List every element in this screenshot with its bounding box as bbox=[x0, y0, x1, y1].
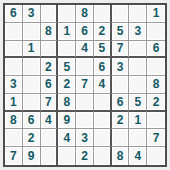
sudoku-cell-r3c8[interactable] bbox=[129, 41, 147, 59]
sudoku-cell-r1c8[interactable] bbox=[129, 5, 147, 23]
sudoku-cell-r7c7[interactable]: 2 bbox=[112, 112, 130, 130]
sudoku-cell-r7c6[interactable] bbox=[94, 112, 112, 130]
sudoku-cell-r8c6[interactable] bbox=[94, 129, 112, 147]
sudoku-cell-r8c2[interactable]: 2 bbox=[23, 129, 41, 147]
sudoku-cell-r1c5[interactable]: 8 bbox=[76, 5, 94, 23]
sudoku-cell-r3c4[interactable] bbox=[58, 41, 76, 59]
sudoku-cell-r5c1[interactable]: 3 bbox=[5, 76, 23, 94]
sudoku-cell-r4c5[interactable] bbox=[76, 58, 94, 76]
sudoku-cell-r7c5[interactable] bbox=[76, 112, 94, 130]
sudoku-cell-r2c2[interactable] bbox=[23, 23, 41, 41]
sudoku-cell-r4c2[interactable] bbox=[23, 58, 41, 76]
sudoku-cell-r1c7[interactable] bbox=[112, 5, 130, 23]
sudoku-cell-r3c6[interactable]: 5 bbox=[94, 41, 112, 59]
sudoku-cell-r2c4[interactable]: 1 bbox=[58, 23, 76, 41]
sudoku-cell-r3c1[interactable] bbox=[5, 41, 23, 59]
sudoku-cell-r7c8[interactable]: 1 bbox=[129, 112, 147, 130]
sudoku-cell-r2c3[interactable]: 8 bbox=[41, 23, 59, 41]
sudoku-cell-r2c7[interactable]: 5 bbox=[112, 23, 130, 41]
sudoku-cell-r5c9[interactable]: 8 bbox=[147, 76, 165, 94]
sudoku-cell-r2c1[interactable] bbox=[5, 23, 23, 41]
sudoku-cell-r2c8[interactable]: 3 bbox=[129, 23, 147, 41]
sudoku-cell-r3c7[interactable]: 7 bbox=[112, 41, 130, 59]
sudoku-cell-r7c2[interactable]: 6 bbox=[23, 112, 41, 130]
sudoku-cell-r2c5[interactable]: 6 bbox=[76, 23, 94, 41]
sudoku-cell-r6c6[interactable] bbox=[94, 94, 112, 112]
sudoku-cell-r6c8[interactable]: 5 bbox=[129, 94, 147, 112]
sudoku-cell-r1c4[interactable] bbox=[58, 5, 76, 23]
sudoku-cell-r3c3[interactable] bbox=[41, 41, 59, 59]
sudoku-cell-r5c2[interactable] bbox=[23, 76, 41, 94]
sudoku-cell-r9c7[interactable]: 8 bbox=[112, 147, 130, 165]
sudoku-cell-r9c8[interactable]: 4 bbox=[129, 147, 147, 165]
sudoku-cell-r6c2[interactable] bbox=[23, 94, 41, 112]
sudoku-cell-r3c2[interactable]: 1 bbox=[23, 41, 41, 59]
sudoku-cell-r6c9[interactable]: 2 bbox=[147, 94, 165, 112]
sudoku-cell-r4c8[interactable] bbox=[129, 58, 147, 76]
sudoku-cell-r9c9[interactable] bbox=[147, 147, 165, 165]
sudoku-cell-r5c7[interactable] bbox=[112, 76, 130, 94]
sudoku-cell-r7c3[interactable]: 4 bbox=[41, 112, 59, 130]
sudoku-cell-r5c4[interactable]: 2 bbox=[58, 76, 76, 94]
sudoku-cell-r8c1[interactable] bbox=[5, 129, 23, 147]
sudoku-cell-r8c9[interactable]: 7 bbox=[147, 129, 165, 147]
sudoku-cell-r8c3[interactable] bbox=[41, 129, 59, 147]
sudoku-board: 6381816253145762563362748178652864921243… bbox=[3, 3, 167, 167]
sudoku-cell-r1c6[interactable] bbox=[94, 5, 112, 23]
sudoku-cell-r2c6[interactable]: 2 bbox=[94, 23, 112, 41]
sudoku-cell-r5c8[interactable] bbox=[129, 76, 147, 94]
sudoku-cell-r7c9[interactable] bbox=[147, 112, 165, 130]
sudoku-cell-r9c6[interactable] bbox=[94, 147, 112, 165]
sudoku-cell-r2c9[interactable] bbox=[147, 23, 165, 41]
sudoku-cell-r4c1[interactable] bbox=[5, 58, 23, 76]
sudoku-cell-r7c1[interactable]: 8 bbox=[5, 112, 23, 130]
sudoku-cell-r8c7[interactable] bbox=[112, 129, 130, 147]
sudoku-cell-r8c5[interactable]: 3 bbox=[76, 129, 94, 147]
sudoku-board-wrapper: 6381816253145762563362748178652864921243… bbox=[2, 2, 168, 168]
sudoku-cell-r7c4[interactable]: 9 bbox=[58, 112, 76, 130]
sudoku-cell-r9c1[interactable]: 7 bbox=[5, 147, 23, 165]
sudoku-cell-r4c6[interactable]: 6 bbox=[94, 58, 112, 76]
sudoku-cell-r1c3[interactable] bbox=[41, 5, 59, 23]
sudoku-cell-r6c3[interactable]: 7 bbox=[41, 94, 59, 112]
sudoku-cell-r6c5[interactable] bbox=[76, 94, 94, 112]
sudoku-cell-r9c4[interactable] bbox=[58, 147, 76, 165]
sudoku-cell-r4c9[interactable] bbox=[147, 58, 165, 76]
sudoku-cell-r1c2[interactable]: 3 bbox=[23, 5, 41, 23]
sudoku-cell-r4c3[interactable]: 2 bbox=[41, 58, 59, 76]
sudoku-cell-r1c1[interactable]: 6 bbox=[5, 5, 23, 23]
sudoku-cell-r9c5[interactable]: 2 bbox=[76, 147, 94, 165]
sudoku-cell-r3c9[interactable]: 6 bbox=[147, 41, 165, 59]
sudoku-cell-r4c4[interactable]: 5 bbox=[58, 58, 76, 76]
sudoku-cell-r6c1[interactable]: 1 bbox=[5, 94, 23, 112]
sudoku-cell-r4c7[interactable]: 3 bbox=[112, 58, 130, 76]
sudoku-cell-r8c8[interactable] bbox=[129, 129, 147, 147]
sudoku-cell-r1c9[interactable]: 1 bbox=[147, 5, 165, 23]
sudoku-cell-r3c5[interactable]: 4 bbox=[76, 41, 94, 59]
sudoku-cell-r8c4[interactable]: 4 bbox=[58, 129, 76, 147]
sudoku-cell-r6c7[interactable]: 6 bbox=[112, 94, 130, 112]
sudoku-cell-r6c4[interactable]: 8 bbox=[58, 94, 76, 112]
sudoku-cell-r5c3[interactable]: 6 bbox=[41, 76, 59, 94]
sudoku-cell-r5c6[interactable]: 4 bbox=[94, 76, 112, 94]
sudoku-cell-r5c5[interactable]: 7 bbox=[76, 76, 94, 94]
sudoku-cell-r9c2[interactable]: 9 bbox=[23, 147, 41, 165]
sudoku-cell-r9c3[interactable] bbox=[41, 147, 59, 165]
